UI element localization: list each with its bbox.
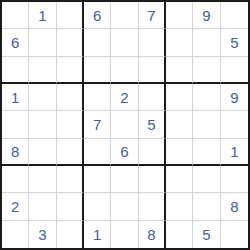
cell-r4c1[interactable]: 1 [2,84,29,111]
cell-r4c2[interactable] [29,84,56,111]
cell-r5c3[interactable] [57,111,84,138]
cell-r8c4[interactable] [84,193,111,220]
cell-r6c8[interactable] [193,139,220,166]
cell-r6c3[interactable] [57,139,84,166]
cell-r3c7[interactable] [166,57,193,84]
cell-r9c3[interactable] [57,221,84,248]
cell-r5c7[interactable] [166,111,193,138]
cell-r8c9[interactable]: 8 [221,193,248,220]
cell-r7c6[interactable] [139,166,166,193]
cell-r7c7[interactable] [166,166,193,193]
cell-r7c8[interactable] [193,166,220,193]
cell-r3c9[interactable] [221,57,248,84]
cell-r3c4[interactable] [84,57,111,84]
cell-r4c3[interactable] [57,84,84,111]
cell-r4c9[interactable]: 9 [221,84,248,111]
cell-r3c5[interactable] [111,57,138,84]
cell-r6c4[interactable] [84,139,111,166]
cell-r2c2[interactable] [29,29,56,56]
cell-r3c1[interactable] [2,57,29,84]
cell-r4c7[interactable] [166,84,193,111]
cell-r8c6[interactable] [139,193,166,220]
cell-r7c5[interactable] [111,166,138,193]
cell-r5c6[interactable]: 5 [139,111,166,138]
cell-r2c1[interactable]: 6 [2,29,29,56]
cell-r4c8[interactable] [193,84,220,111]
cell-r9c1[interactable] [2,221,29,248]
cell-r8c8[interactable] [193,193,220,220]
cell-r8c1[interactable]: 2 [2,193,29,220]
cell-r7c4[interactable] [84,166,111,193]
cell-r9c5[interactable] [111,221,138,248]
cell-r5c2[interactable] [29,111,56,138]
cell-r9c6[interactable]: 8 [139,221,166,248]
cell-r2c8[interactable] [193,29,220,56]
cell-r6c9[interactable]: 1 [221,139,248,166]
cell-r6c5[interactable]: 6 [111,139,138,166]
cell-r5c8[interactable] [193,111,220,138]
sudoku-board: 16796512975861283185 [0,0,250,250]
cell-r7c2[interactable] [29,166,56,193]
cell-r6c6[interactable] [139,139,166,166]
cell-r5c9[interactable] [221,111,248,138]
cell-r9c7[interactable] [166,221,193,248]
cell-r7c1[interactable] [2,166,29,193]
cell-r1c1[interactable] [2,2,29,29]
cell-r4c5[interactable]: 2 [111,84,138,111]
cell-r9c2[interactable]: 3 [29,221,56,248]
cell-r1c2[interactable]: 1 [29,2,56,29]
cell-r5c5[interactable] [111,111,138,138]
cell-r3c8[interactable] [193,57,220,84]
cell-r4c4[interactable] [84,84,111,111]
cell-r8c7[interactable] [166,193,193,220]
cell-r3c6[interactable] [139,57,166,84]
cell-r5c1[interactable] [2,111,29,138]
cell-r7c3[interactable] [57,166,84,193]
cell-r6c1[interactable]: 8 [2,139,29,166]
cell-r3c2[interactable] [29,57,56,84]
cell-r9c4[interactable]: 1 [84,221,111,248]
cell-r1c6[interactable]: 7 [139,2,166,29]
cell-r2c4[interactable] [84,29,111,56]
cell-r2c3[interactable] [57,29,84,56]
cell-r2c9[interactable]: 5 [221,29,248,56]
sudoku-board-wrapper: 16796512975861283185 [0,0,250,250]
cell-r3c3[interactable] [57,57,84,84]
cell-r6c7[interactable] [166,139,193,166]
cell-r2c6[interactable] [139,29,166,56]
cell-r6c2[interactable] [29,139,56,166]
cell-r2c7[interactable] [166,29,193,56]
cell-r9c9[interactable] [221,221,248,248]
cell-r9c8[interactable]: 5 [193,221,220,248]
cell-r1c4[interactable]: 6 [84,2,111,29]
cell-r1c5[interactable] [111,2,138,29]
cell-r4c6[interactable] [139,84,166,111]
cell-r2c5[interactable] [111,29,138,56]
cell-r8c5[interactable] [111,193,138,220]
cell-r1c7[interactable] [166,2,193,29]
cell-r5c4[interactable]: 7 [84,111,111,138]
cell-r7c9[interactable] [221,166,248,193]
cell-r8c3[interactable] [57,193,84,220]
cell-r1c9[interactable] [221,2,248,29]
cell-r1c8[interactable]: 9 [193,2,220,29]
cell-r1c3[interactable] [57,2,84,29]
cell-r8c2[interactable] [29,193,56,220]
